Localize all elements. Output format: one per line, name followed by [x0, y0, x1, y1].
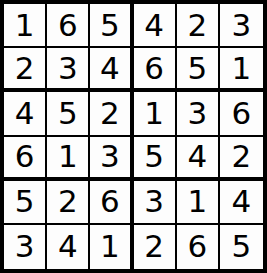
- cell-r6c2[interactable]: 4: [47, 225, 90, 269]
- cell-r4c1[interactable]: 6: [4, 137, 47, 181]
- cell-r3c1[interactable]: 4: [4, 92, 47, 136]
- cell-r3c3[interactable]: 2: [90, 92, 133, 136]
- cell-r4c2[interactable]: 1: [47, 137, 90, 181]
- cell-r5c4[interactable]: 3: [134, 181, 177, 225]
- cell-r3c5[interactable]: 3: [177, 92, 220, 136]
- cell-r4c4[interactable]: 5: [134, 137, 177, 181]
- cell-r6c5[interactable]: 6: [177, 225, 220, 269]
- cell-r6c4[interactable]: 2: [134, 225, 177, 269]
- cell-r2c2[interactable]: 3: [47, 48, 90, 92]
- cell-r4c5[interactable]: 4: [177, 137, 220, 181]
- cell-r5c6[interactable]: 4: [220, 181, 263, 225]
- cell-r1c2[interactable]: 6: [47, 4, 90, 48]
- cell-r4c6[interactable]: 2: [220, 137, 263, 181]
- cell-r5c5[interactable]: 1: [177, 181, 220, 225]
- cell-r3c6[interactable]: 6: [220, 92, 263, 136]
- cell-r1c3[interactable]: 5: [90, 4, 133, 48]
- cell-r2c4[interactable]: 6: [134, 48, 177, 92]
- cell-r3c2[interactable]: 5: [47, 92, 90, 136]
- cell-r5c1[interactable]: 5: [4, 181, 47, 225]
- cell-r6c1[interactable]: 3: [4, 225, 47, 269]
- cell-r5c2[interactable]: 2: [47, 181, 90, 225]
- cell-r6c3[interactable]: 1: [90, 225, 133, 269]
- cell-r1c6[interactable]: 3: [220, 4, 263, 48]
- sudoku-board: 165423234651452136613542526314341265: [0, 0, 267, 273]
- cell-r1c1[interactable]: 1: [4, 4, 47, 48]
- cell-r2c6[interactable]: 1: [220, 48, 263, 92]
- cell-r2c1[interactable]: 2: [4, 48, 47, 92]
- cell-r4c3[interactable]: 3: [90, 137, 133, 181]
- cell-r5c3[interactable]: 6: [90, 181, 133, 225]
- cell-r3c4[interactable]: 1: [134, 92, 177, 136]
- cell-r1c5[interactable]: 2: [177, 4, 220, 48]
- cell-r2c3[interactable]: 4: [90, 48, 133, 92]
- cell-r2c5[interactable]: 5: [177, 48, 220, 92]
- cell-r1c4[interactable]: 4: [134, 4, 177, 48]
- cell-r6c6[interactable]: 5: [220, 225, 263, 269]
